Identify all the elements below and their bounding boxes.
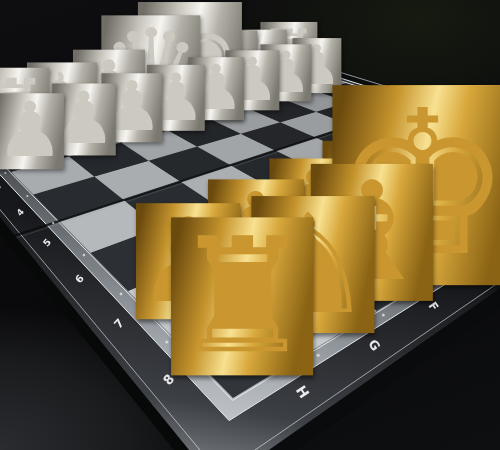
chess-set-photo: 87654321HGFEDCBA ♜♞♟♝♟♚♟♛♟♝♟♞♟♜♟♟♟♟♜♟♞♟♝… [0,0,500,450]
piece-gold-rook-h8: ♜ [171,218,313,376]
pieces-layer: ♜♞♟♝♟♚♟♛♟♝♟♞♟♜♟♟♟♟♜♟♞♟♝♟♛♟♚♟♝♟♞♜ [0,0,500,450]
piece-silver-pawn-h2: ♟ [0,93,64,169]
